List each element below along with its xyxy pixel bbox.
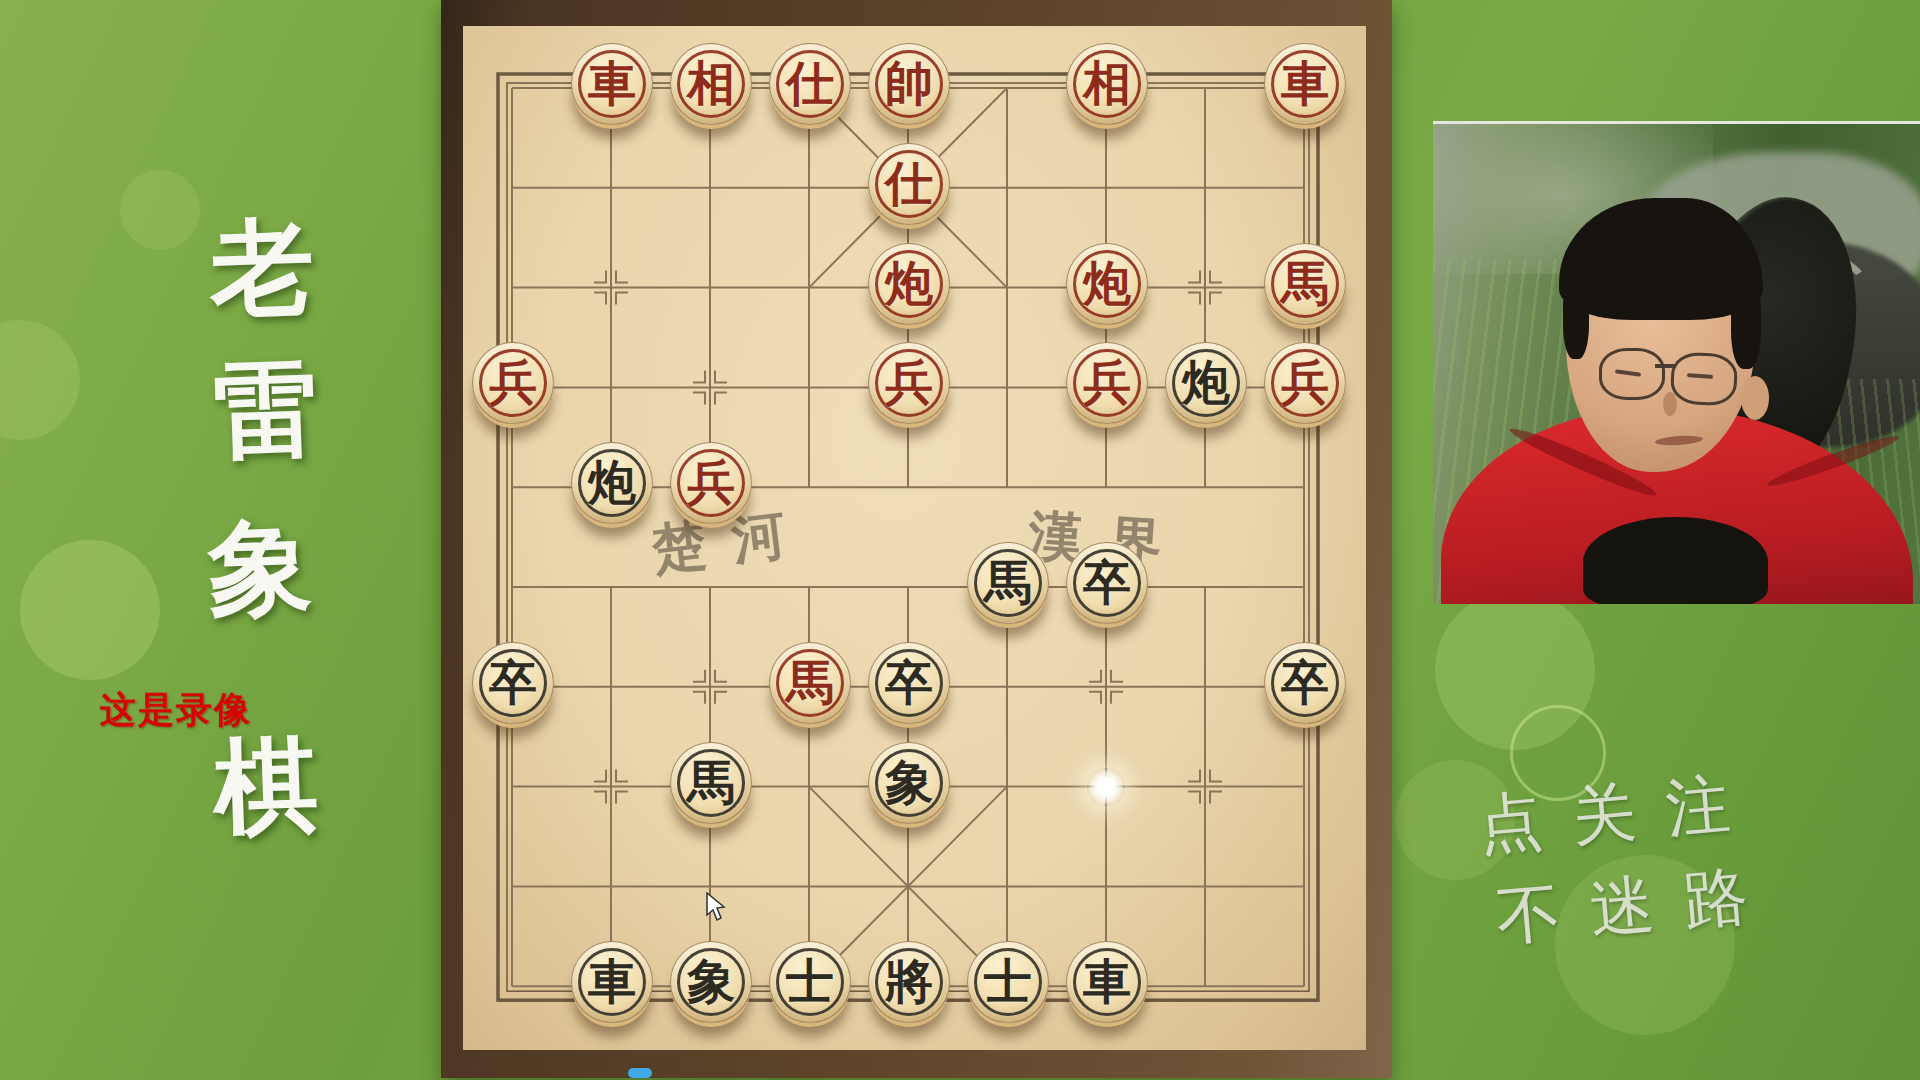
piece-character: 相 bbox=[687, 60, 735, 108]
piece-character: 馬 bbox=[1281, 260, 1329, 308]
player-progress-dot[interactable] bbox=[628, 1068, 652, 1078]
piece-character: 卒 bbox=[885, 659, 933, 707]
piece-red-horse[interactable]: 馬 bbox=[1264, 243, 1346, 325]
piece-character: 馬 bbox=[786, 659, 834, 707]
piece-red-soldier[interactable]: 兵 bbox=[868, 342, 950, 424]
piece-character: 兵 bbox=[489, 359, 537, 407]
piece-black-soldier[interactable]: 卒 bbox=[1264, 642, 1346, 724]
piece-character: 相 bbox=[1083, 60, 1131, 108]
piece-character: 卒 bbox=[1281, 659, 1329, 707]
piece-black-horse[interactable]: 馬 bbox=[967, 542, 1049, 624]
piece-red-elephant[interactable]: 相 bbox=[670, 43, 752, 125]
piece-black-soldier[interactable]: 卒 bbox=[472, 642, 554, 724]
piece-character: 炮 bbox=[1182, 359, 1230, 407]
piece-red-elephant[interactable]: 相 bbox=[1066, 43, 1148, 125]
stream-screen: 楚河 漢界 車相仕帥相車仕炮炮馬兵兵兵炮兵炮兵馬卒卒馬卒卒馬象車象士將士車 老 … bbox=[0, 0, 1920, 1080]
piece-red-advisor[interactable]: 仕 bbox=[769, 43, 851, 125]
piece-character: 車 bbox=[588, 958, 636, 1006]
mouse-cursor bbox=[706, 892, 732, 926]
piece-black-elephant[interactable]: 象 bbox=[868, 742, 950, 824]
piece-black-horse[interactable]: 馬 bbox=[670, 742, 752, 824]
piece-character: 象 bbox=[885, 759, 933, 807]
piece-red-horse[interactable]: 馬 bbox=[769, 642, 851, 724]
webcam-person-hair bbox=[1563, 274, 1589, 359]
webcam-video bbox=[1433, 121, 1920, 604]
piece-character: 兵 bbox=[1083, 359, 1131, 407]
piece-character: 象 bbox=[687, 958, 735, 1006]
piece-red-soldier[interactable]: 兵 bbox=[472, 342, 554, 424]
piece-red-advisor[interactable]: 仕 bbox=[868, 143, 950, 225]
piece-black-advisor[interactable]: 士 bbox=[967, 941, 1049, 1023]
webcam-person-nose bbox=[1663, 392, 1677, 416]
webcam-person-hair bbox=[1731, 274, 1761, 369]
webcam-person-ear bbox=[1741, 376, 1769, 420]
piece-character: 帥 bbox=[885, 60, 933, 108]
piece-red-soldier[interactable]: 兵 bbox=[1264, 342, 1346, 424]
piece-character: 車 bbox=[1281, 60, 1329, 108]
piece-black-soldier[interactable]: 卒 bbox=[868, 642, 950, 724]
piece-character: 馬 bbox=[984, 559, 1032, 607]
piece-character: 炮 bbox=[588, 459, 636, 507]
piece-character: 兵 bbox=[885, 359, 933, 407]
piece-character: 卒 bbox=[1083, 559, 1131, 607]
piece-character: 炮 bbox=[885, 260, 933, 308]
highlight-marker bbox=[1087, 768, 1125, 806]
channel-title-char: 雷 bbox=[194, 340, 339, 485]
piece-character: 士 bbox=[786, 958, 834, 1006]
piece-black-chariot[interactable]: 車 bbox=[1066, 941, 1148, 1023]
webcam-glasses-lens bbox=[1670, 351, 1739, 406]
piece-red-cannon[interactable]: 炮 bbox=[1066, 243, 1148, 325]
webcam-glasses-bridge bbox=[1655, 364, 1675, 368]
piece-character: 馬 bbox=[687, 759, 735, 807]
piece-character: 卒 bbox=[489, 659, 537, 707]
recording-caption: 这是录像 bbox=[100, 686, 252, 735]
piece-character: 兵 bbox=[687, 459, 735, 507]
piece-red-soldier[interactable]: 兵 bbox=[670, 442, 752, 524]
piece-black-soldier[interactable]: 卒 bbox=[1066, 542, 1148, 624]
channel-title-char: 老 bbox=[190, 198, 335, 343]
piece-character: 仕 bbox=[885, 160, 933, 208]
piece-character: 兵 bbox=[1281, 359, 1329, 407]
piece-black-elephant[interactable]: 象 bbox=[670, 941, 752, 1023]
piece-black-general[interactable]: 將 bbox=[868, 941, 950, 1023]
channel-title-char: 象 bbox=[188, 498, 333, 643]
piece-character: 車 bbox=[1083, 958, 1131, 1006]
piece-black-cannon[interactable]: 炮 bbox=[1165, 342, 1247, 424]
piece-red-general[interactable]: 帥 bbox=[868, 43, 950, 125]
piece-character: 炮 bbox=[1083, 260, 1131, 308]
piece-character: 車 bbox=[588, 60, 636, 108]
piece-character: 士 bbox=[984, 958, 1032, 1006]
piece-red-chariot[interactable]: 車 bbox=[1264, 43, 1346, 125]
piece-red-chariot[interactable]: 車 bbox=[571, 43, 653, 125]
piece-black-cannon[interactable]: 炮 bbox=[571, 442, 653, 524]
piece-black-advisor[interactable]: 士 bbox=[769, 941, 851, 1023]
piece-character: 仕 bbox=[786, 60, 834, 108]
piece-red-cannon[interactable]: 炮 bbox=[868, 243, 950, 325]
piece-character: 將 bbox=[885, 958, 933, 1006]
piece-red-soldier[interactable]: 兵 bbox=[1066, 342, 1148, 424]
piece-black-chariot[interactable]: 車 bbox=[571, 941, 653, 1023]
webcam-person-shirt bbox=[1583, 517, 1768, 604]
channel-title-char: 棋 bbox=[194, 716, 339, 861]
